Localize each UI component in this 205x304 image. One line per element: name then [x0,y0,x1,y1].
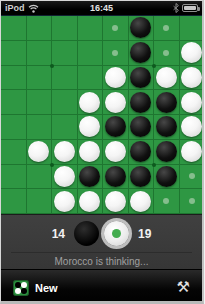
cell-h7[interactable] [180,165,205,190]
cell-f5[interactable] [129,115,155,140]
black-piece [130,17,151,38]
cell-g5[interactable] [154,115,180,140]
legal-move-dot[interactable] [163,50,169,56]
board-guide-dot [50,64,54,68]
cell-g3[interactable] [154,66,180,91]
cell-b6[interactable] [27,140,53,165]
cell-b4[interactable] [27,90,53,115]
cell-e8[interactable] [103,189,129,214]
white-piece [79,92,100,113]
tools-icon: ⚒ [177,278,190,296]
mini-black-disc [21,288,27,294]
cell-e5[interactable] [103,115,129,140]
cell-b2[interactable] [27,41,53,66]
cell-b3[interactable] [27,66,53,91]
black-piece [130,141,151,162]
black-piece [156,141,177,162]
white-piece [181,42,202,63]
white-piece [181,116,202,137]
white-score: 19 [138,227,151,241]
mini-white-disc [21,282,27,288]
cell-f4[interactable] [129,90,155,115]
white-piece [79,141,100,162]
black-disc-icon [74,221,99,246]
cell-h1[interactable] [180,16,205,41]
cell-c3[interactable] [52,66,78,91]
white-disc-icon [104,221,129,246]
legal-move-dot[interactable] [189,173,195,179]
cell-g7[interactable] [154,165,180,190]
othello-board [1,15,204,214]
cell-g6[interactable] [154,140,180,165]
white-piece [54,191,75,212]
black-piece [156,92,177,113]
clock: 16:45 [1,3,202,13]
cell-c5[interactable] [52,115,78,140]
legal-move-dot[interactable] [163,198,169,204]
black-piece [156,116,177,137]
cell-d1[interactable] [78,16,104,41]
battery-fill [184,6,196,10]
cell-b8[interactable] [27,189,53,214]
cell-b1[interactable] [27,16,53,41]
game-status-text: Morocco is thinking... [11,252,192,267]
cell-f3[interactable] [129,66,155,91]
cell-c7[interactable] [52,165,78,190]
cell-c8[interactable] [52,189,78,214]
white-piece [79,116,100,137]
bottom-toolbar: New ⚒ [1,269,202,304]
cell-a5[interactable] [1,115,27,140]
cell-h2[interactable] [180,41,205,66]
black-piece [130,67,151,88]
cell-b7[interactable] [27,165,53,190]
cell-h4[interactable] [180,90,205,115]
score-panel: 14 19 Morocco is thinking... [1,214,202,269]
board-guide-dot [152,64,156,68]
cell-a3[interactable] [1,66,27,91]
white-piece [79,191,100,212]
new-game-button[interactable]: New [13,280,58,296]
cell-e6[interactable] [103,140,129,165]
black-piece [130,116,151,137]
board-guide-dot [50,163,54,167]
cell-d6[interactable] [78,140,104,165]
cell-a6[interactable] [1,140,27,165]
white-piece [105,67,126,88]
cell-e7[interactable] [103,165,129,190]
black-piece [130,42,151,63]
cell-c1[interactable] [52,16,78,41]
black-piece [156,166,177,187]
battery-icon [182,4,198,12]
cell-g1[interactable] [154,16,180,41]
cell-d5[interactable] [78,115,104,140]
score-row: 14 19 [1,215,202,248]
cell-h5[interactable] [180,115,205,140]
cell-a7[interactable] [1,165,27,190]
cell-e4[interactable] [103,90,129,115]
cell-d7[interactable] [78,165,104,190]
white-piece [181,92,202,113]
black-piece [105,116,126,137]
cell-h3[interactable] [180,66,205,91]
cell-e1[interactable] [103,16,129,41]
board-guide-dot [152,163,156,167]
white-piece [181,67,202,88]
cell-e3[interactable] [103,66,129,91]
white-piece [28,141,49,162]
cell-f7[interactable] [129,165,155,190]
white-piece [105,141,126,162]
cell-f1[interactable] [129,16,155,41]
legal-move-dot[interactable] [189,198,195,204]
cell-g8[interactable] [154,189,180,214]
cell-d2[interactable] [78,41,104,66]
cell-g2[interactable] [154,41,180,66]
cell-a4[interactable] [1,90,27,115]
legal-move-dot[interactable] [163,25,169,31]
white-piece [54,166,75,187]
screenshot-frame: iPod 16:45 14 [0,0,204,304]
status-bar: iPod 16:45 [1,1,202,15]
new-game-icon [13,280,29,296]
cell-a8[interactable] [1,189,27,214]
cell-d4[interactable] [78,90,104,115]
white-piece [156,67,177,88]
black-piece [130,166,151,187]
cell-e2[interactable] [103,41,129,66]
settings-button[interactable]: ⚒ [177,280,190,295]
black-piece [79,166,100,187]
cell-h6[interactable] [180,140,205,165]
turn-indicator-dot [112,229,121,238]
cell-b5[interactable] [27,115,53,140]
black-piece [105,166,126,187]
white-piece [181,141,202,162]
cell-c6[interactable] [52,140,78,165]
black-score: 14 [52,227,65,241]
cell-f6[interactable] [129,140,155,165]
white-piece [105,92,126,113]
cell-c2[interactable] [52,41,78,66]
cell-h8[interactable] [180,189,205,214]
cell-d3[interactable] [78,66,104,91]
cell-a1[interactable] [1,16,27,41]
battery-nub [198,7,200,11]
legal-move-dot[interactable] [112,50,118,56]
new-game-label: New [35,282,58,294]
legal-move-dot[interactable] [112,25,118,31]
cell-f8[interactable] [129,189,155,214]
white-piece [105,191,126,212]
cell-g4[interactable] [154,90,180,115]
black-piece [130,92,151,113]
cell-f2[interactable] [129,41,155,66]
cell-c4[interactable] [52,90,78,115]
white-piece [54,141,75,162]
cell-a2[interactable] [1,41,27,66]
white-piece [130,191,151,212]
cell-d8[interactable] [78,189,104,214]
